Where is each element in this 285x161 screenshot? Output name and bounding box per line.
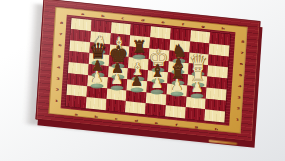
rank-label-left-7: 7 [59, 33, 63, 36]
rank-label-right-4: 4 [238, 85, 242, 88]
file-label-top-c: c [121, 16, 124, 19]
rank-label-right-7: 7 [240, 51, 244, 54]
square-g1 [185, 107, 206, 120]
file-label-bottom-h: h [214, 127, 218, 130]
chess-board: aabbccddeeffgghh1122334455667788 [36, 0, 261, 142]
square-f1 [165, 105, 186, 118]
rank-label-left-2: 2 [55, 88, 59, 91]
brand-mark [209, 140, 238, 145]
rank-label-right-2: 2 [236, 107, 240, 110]
square-h1 [205, 109, 226, 122]
rank-label-left-4: 4 [57, 66, 61, 69]
file-label-top-d: d [141, 18, 145, 21]
rank-label-left-3: 3 [56, 77, 60, 80]
file-label-bottom-b: b [94, 115, 98, 118]
rank-label-left-6: 6 [58, 44, 62, 47]
rank-label-right-8: 8 [241, 40, 245, 43]
square-d1 [125, 101, 146, 114]
file-label-top-h: h [221, 27, 225, 30]
rank-label-right-6: 6 [239, 62, 243, 65]
file-label-top-f: f [182, 23, 184, 26]
file-label-bottom-e: e [154, 121, 158, 124]
square-c1 [105, 99, 126, 112]
square-a1 [66, 95, 87, 108]
rank-label-left-8: 8 [60, 21, 64, 24]
rank-label-left-1: 1 [55, 99, 59, 102]
file-label-bottom-a: a [74, 113, 78, 116]
file-label-top-a: a [81, 12, 85, 15]
file-label-bottom-d: d [134, 119, 138, 122]
file-label-bottom-f: f [175, 123, 177, 126]
rank-label-right-3: 3 [237, 96, 241, 99]
file-label-bottom-c: c [115, 117, 118, 120]
square-b1 [86, 97, 107, 110]
square-e1 [145, 103, 166, 116]
rank-label-left-5: 5 [58, 55, 62, 58]
checker-grid [66, 18, 230, 123]
file-label-top-g: g [201, 25, 205, 28]
file-label-top-b: b [101, 14, 105, 17]
rank-label-right-5: 5 [239, 74, 243, 77]
chess-set-product-photo: aabbccddeeffgghh1122334455667788 ♞♝♜♞♛♚♚… [0, 0, 285, 161]
file-label-bottom-g: g [194, 125, 198, 128]
rank-label-right-1: 1 [236, 118, 240, 121]
file-label-top-e: e [161, 21, 165, 24]
